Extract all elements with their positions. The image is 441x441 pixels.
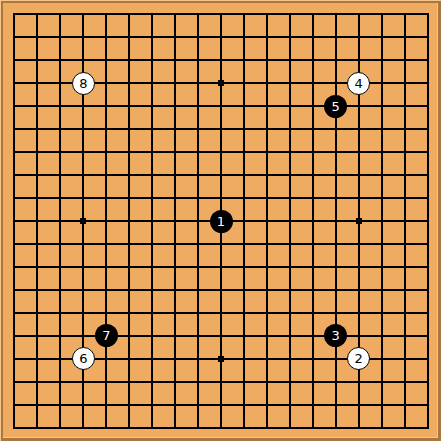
intersection [301,164,324,187]
intersection [141,210,164,233]
intersection [141,164,164,187]
intersection [141,301,164,324]
intersection [347,164,370,187]
intersection [324,72,347,95]
intersection [49,255,72,278]
intersection [26,255,49,278]
intersection [164,255,187,278]
intersection [347,26,370,49]
intersection [3,210,26,233]
intersection [3,187,26,210]
intersection [210,164,233,187]
intersection [72,232,95,255]
intersection [3,301,26,324]
intersection [118,49,141,72]
intersection [49,324,72,347]
intersection [49,164,72,187]
intersection [232,95,255,118]
intersection [416,278,439,301]
intersection [95,49,118,72]
intersection [347,210,370,233]
intersection [187,232,210,255]
intersection [232,49,255,72]
intersection [26,95,49,118]
intersection [393,95,416,118]
intersection [3,118,26,141]
intersection [301,255,324,278]
intersection [164,324,187,347]
intersection [347,255,370,278]
intersection: 8 [72,72,95,95]
intersection [3,141,26,164]
intersection [393,3,416,26]
intersection [26,416,49,439]
intersection [416,164,439,187]
intersection [118,95,141,118]
intersection [210,118,233,141]
intersection [370,255,393,278]
intersection [370,118,393,141]
intersection [164,118,187,141]
intersection [72,324,95,347]
intersection [72,49,95,72]
intersection [324,3,347,26]
intersection [232,26,255,49]
intersection [255,210,278,233]
intersection [3,347,26,370]
intersection [324,232,347,255]
intersection [324,118,347,141]
intersection [3,393,26,416]
intersection [72,416,95,439]
intersection [118,232,141,255]
intersection [324,49,347,72]
intersection [278,72,301,95]
intersection [3,26,26,49]
intersection [187,255,210,278]
intersection [72,370,95,393]
intersection [301,118,324,141]
intersection [118,301,141,324]
intersection [416,49,439,72]
intersection [255,187,278,210]
intersection [141,255,164,278]
intersection [370,416,393,439]
intersection [95,141,118,164]
intersection [118,164,141,187]
intersection [278,278,301,301]
intersection [72,255,95,278]
intersection [118,278,141,301]
intersection [164,95,187,118]
intersection [324,393,347,416]
intersection [416,301,439,324]
intersection [393,255,416,278]
intersection [324,278,347,301]
intersection [416,347,439,370]
intersection [95,26,118,49]
intersection [278,95,301,118]
star-point [218,356,224,362]
intersection: 4 [347,72,370,95]
intersection [141,3,164,26]
intersection [324,187,347,210]
intersection [118,210,141,233]
intersection [95,278,118,301]
intersection [347,370,370,393]
intersection [49,141,72,164]
intersection [3,49,26,72]
intersection [26,324,49,347]
intersection [187,72,210,95]
intersection [301,187,324,210]
intersection [301,393,324,416]
intersection [26,49,49,72]
white-stone-6: 6 [72,347,95,370]
intersection [164,72,187,95]
intersection [255,164,278,187]
intersection [26,164,49,187]
intersection [301,72,324,95]
intersection [3,95,26,118]
intersection [164,141,187,164]
intersection [278,393,301,416]
intersection [72,26,95,49]
intersection [232,210,255,233]
intersection [72,393,95,416]
white-stone-2: 2 [347,347,370,370]
intersection [416,72,439,95]
intersection [324,347,347,370]
intersection [347,416,370,439]
intersection [324,26,347,49]
intersection [416,393,439,416]
intersection [255,118,278,141]
intersection [95,118,118,141]
intersection [26,232,49,255]
intersection [3,72,26,95]
intersection [95,416,118,439]
intersection [210,187,233,210]
intersection [393,26,416,49]
intersection [370,3,393,26]
intersection [164,301,187,324]
intersection [416,210,439,233]
intersection [49,416,72,439]
intersection [232,324,255,347]
intersection [370,187,393,210]
intersection [301,95,324,118]
intersection [255,3,278,26]
intersection [26,118,49,141]
intersection [49,26,72,49]
intersection [141,72,164,95]
intersection [370,370,393,393]
intersection [187,324,210,347]
intersection [26,347,49,370]
intersection [301,26,324,49]
intersection [301,370,324,393]
intersection [187,49,210,72]
intersection [210,393,233,416]
intersection [72,301,95,324]
intersection [72,164,95,187]
intersection [301,232,324,255]
intersection [347,118,370,141]
intersection [416,255,439,278]
intersection [278,324,301,347]
intersection [141,370,164,393]
intersection [232,347,255,370]
intersection [255,49,278,72]
intersection [255,347,278,370]
intersection [393,72,416,95]
intersection [49,232,72,255]
intersection [210,3,233,26]
intersection [278,164,301,187]
intersection [141,324,164,347]
intersection [164,49,187,72]
intersection [118,416,141,439]
intersection [26,141,49,164]
intersection [26,370,49,393]
intersection [278,187,301,210]
intersection [393,49,416,72]
intersection: 2 [347,347,370,370]
intersection [164,26,187,49]
intersection [393,210,416,233]
intersection: 1 [210,210,233,233]
intersection [324,141,347,164]
intersection [255,26,278,49]
intersection [164,210,187,233]
intersection [324,301,347,324]
intersection [370,26,393,49]
intersection [164,416,187,439]
intersection [393,301,416,324]
intersection [26,72,49,95]
intersection [347,232,370,255]
intersection [210,232,233,255]
intersection [324,210,347,233]
intersection [141,187,164,210]
intersection [393,416,416,439]
intersection [164,164,187,187]
intersection [416,187,439,210]
intersection [347,3,370,26]
intersection [141,49,164,72]
intersection [278,232,301,255]
intersection: 7 [95,324,118,347]
intersection [255,324,278,347]
intersection [232,370,255,393]
intersection [49,278,72,301]
intersection [210,141,233,164]
intersection [232,393,255,416]
intersection [232,72,255,95]
star-point [218,80,224,86]
intersection [255,370,278,393]
intersection [255,393,278,416]
intersection [416,416,439,439]
intersection [3,164,26,187]
intersection [347,324,370,347]
star-point [80,218,86,224]
intersection [49,118,72,141]
intersection [416,141,439,164]
intersection [393,324,416,347]
intersection [3,416,26,439]
black-stone-7: 7 [95,324,118,347]
intersection [370,49,393,72]
intersection [370,164,393,187]
intersection [141,393,164,416]
intersection [118,393,141,416]
black-stone-3: 3 [324,324,347,347]
intersection: 5 [324,95,347,118]
intersection [232,118,255,141]
intersection [95,301,118,324]
go-board: 84517362 [0,0,441,441]
intersection [393,232,416,255]
intersection [347,301,370,324]
intersection [187,210,210,233]
intersection [416,118,439,141]
intersection [393,118,416,141]
intersection [232,164,255,187]
intersection [210,347,233,370]
intersection [232,3,255,26]
intersection [210,278,233,301]
intersection [255,95,278,118]
intersection [95,72,118,95]
intersection [370,141,393,164]
intersection: 6 [72,347,95,370]
intersection [26,3,49,26]
intersection [370,347,393,370]
intersection [95,393,118,416]
intersection [255,232,278,255]
intersection [141,347,164,370]
intersection [187,118,210,141]
intersection [3,278,26,301]
intersection [3,232,26,255]
intersection [95,187,118,210]
intersection [141,416,164,439]
intersection [210,49,233,72]
intersection [72,3,95,26]
intersection [118,26,141,49]
intersection [301,49,324,72]
intersection [416,324,439,347]
intersection [210,416,233,439]
intersection [255,278,278,301]
intersection [347,393,370,416]
intersection [278,118,301,141]
intersection [164,347,187,370]
intersection [278,3,301,26]
intersection: 3 [324,324,347,347]
intersection [393,393,416,416]
intersection [278,49,301,72]
intersection [26,187,49,210]
intersection [210,324,233,347]
intersection [118,118,141,141]
intersection [141,232,164,255]
intersection [416,3,439,26]
intersection [164,278,187,301]
intersection [187,347,210,370]
intersection [324,164,347,187]
star-point [356,218,362,224]
intersection [118,255,141,278]
intersection [347,95,370,118]
intersection [118,187,141,210]
intersection [301,324,324,347]
intersection [324,416,347,439]
intersection [370,324,393,347]
intersection [187,301,210,324]
intersection [370,95,393,118]
intersection [187,95,210,118]
intersection [278,416,301,439]
intersection [301,3,324,26]
intersection [164,393,187,416]
intersection [278,210,301,233]
intersection [72,118,95,141]
intersection [210,255,233,278]
intersection [301,278,324,301]
intersection [278,347,301,370]
intersection [255,301,278,324]
intersection [370,232,393,255]
intersection [72,187,95,210]
intersection [95,210,118,233]
intersection [49,301,72,324]
intersection [26,278,49,301]
intersection [301,347,324,370]
intersection [72,141,95,164]
intersection [141,95,164,118]
intersection [232,255,255,278]
intersection [118,72,141,95]
intersection [187,187,210,210]
intersection [278,370,301,393]
intersection [255,141,278,164]
intersection [393,164,416,187]
intersection [210,26,233,49]
intersection [72,210,95,233]
intersection [187,141,210,164]
white-stone-4: 4 [347,72,370,95]
intersection [187,164,210,187]
intersection [26,26,49,49]
intersection [49,210,72,233]
intersection [49,393,72,416]
intersection [49,347,72,370]
intersection [95,164,118,187]
intersection [3,324,26,347]
intersection [187,370,210,393]
intersection [370,393,393,416]
intersection [187,3,210,26]
intersection [393,141,416,164]
intersection [49,187,72,210]
intersection [416,232,439,255]
intersection [95,95,118,118]
intersection [95,232,118,255]
intersection [324,255,347,278]
